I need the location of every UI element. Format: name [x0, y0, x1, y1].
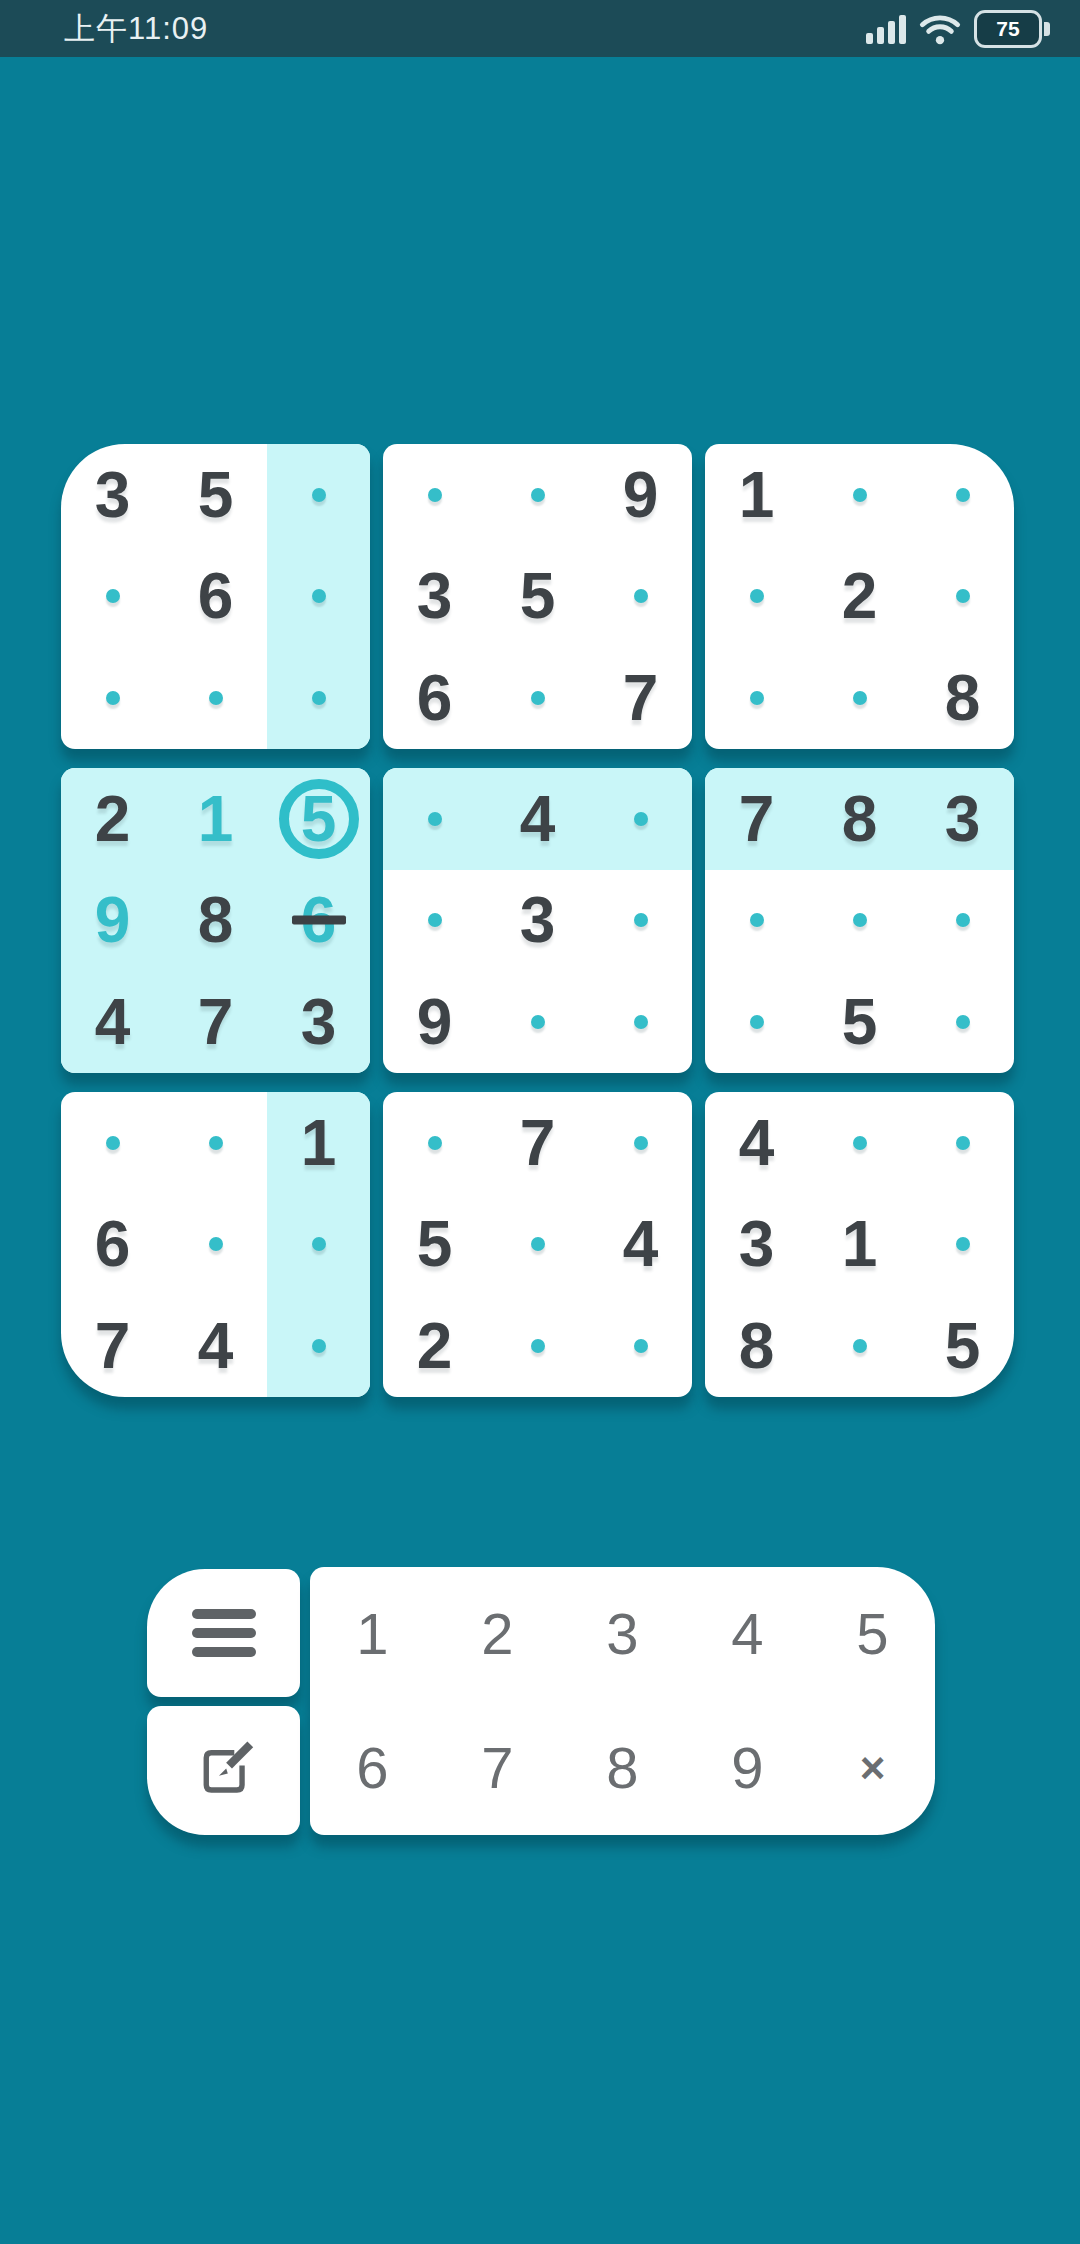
empty-cell-dot — [750, 691, 764, 705]
empty-cell-dot — [209, 1237, 223, 1251]
cell-r8c3[interactable] — [267, 1194, 370, 1296]
box-5: 439 — [383, 768, 692, 1073]
empty-cell-dot — [634, 1136, 648, 1150]
given-digit: 3 — [417, 564, 453, 628]
cell-r2c6[interactable] — [589, 546, 692, 648]
given-digit: 3 — [739, 1212, 775, 1276]
cell-r6c4[interactable]: 9 — [383, 971, 486, 1073]
given-digit: 1 — [301, 1111, 337, 1175]
key-5[interactable]: 5 — [810, 1567, 935, 1701]
empty-cell-dot — [428, 1136, 442, 1150]
cell-r2c2[interactable]: 6 — [164, 546, 267, 648]
given-digit: 3 — [301, 990, 337, 1054]
cell-r3c3[interactable] — [267, 647, 370, 749]
cell-r9c9[interactable]: 5 — [911, 1295, 1014, 1397]
empty-cell-dot — [531, 691, 545, 705]
cell-r7c2[interactable] — [164, 1092, 267, 1194]
given-digit: 1 — [739, 463, 775, 527]
cell-r1c7[interactable]: 1 — [705, 444, 808, 546]
clock: 上午11:09 — [64, 8, 208, 50]
cell-r7c9[interactable] — [911, 1092, 1014, 1194]
given-digit: 6 — [198, 564, 234, 628]
cell-r5c2[interactable]: 8 — [164, 870, 267, 972]
empty-cell-dot — [956, 913, 970, 927]
empty-cell-dot — [634, 913, 648, 927]
cell-r7c5[interactable]: 7 — [486, 1092, 589, 1194]
key-3[interactable]: 3 — [560, 1567, 685, 1701]
given-digit: 2 — [417, 1314, 453, 1378]
cell-r2c8[interactable]: 2 — [808, 546, 911, 648]
empty-cell-dot — [750, 913, 764, 927]
given-digit: 5 — [842, 990, 878, 1054]
cell-r4c9[interactable]: 3 — [911, 768, 1014, 870]
empty-cell-dot — [531, 1339, 545, 1353]
pencil-edit-icon — [186, 1733, 262, 1809]
cell-r4c2[interactable]: 1 — [164, 768, 267, 870]
given-digit: 4 — [520, 787, 556, 851]
cell-r7c8[interactable] — [808, 1092, 911, 1194]
cell-r6c6[interactable] — [589, 971, 692, 1073]
empty-cell-dot — [312, 488, 326, 502]
cell-r6c9[interactable] — [911, 971, 1014, 1073]
box-6: 7835 — [705, 768, 1014, 1073]
given-digit: 1 — [842, 1212, 878, 1276]
cell-r3c8[interactable] — [808, 647, 911, 749]
cell-r5c1[interactable]: 9 — [61, 870, 164, 972]
cell-r7c3[interactable]: 1 — [267, 1092, 370, 1194]
given-digit: 8 — [842, 787, 878, 851]
cell-r7c6[interactable] — [589, 1092, 692, 1194]
empty-cell-dot — [428, 812, 442, 826]
cell-r3c5[interactable] — [486, 647, 589, 749]
empty-cell-dot — [853, 913, 867, 927]
given-digit: 4 — [623, 1212, 659, 1276]
key-7[interactable]: 7 — [435, 1701, 560, 1835]
given-digit: 4 — [198, 1314, 234, 1378]
empty-cell-dot — [750, 1015, 764, 1029]
cell-r3c9[interactable]: 8 — [911, 647, 1014, 749]
key-4[interactable]: 4 — [685, 1567, 810, 1701]
empty-cell-dot — [956, 1237, 970, 1251]
cell-r9c3[interactable] — [267, 1295, 370, 1397]
cell-r5c8[interactable] — [808, 870, 911, 972]
box-4: 215986473 — [61, 768, 370, 1073]
empty-cell-dot — [853, 488, 867, 502]
empty-cell-dot — [209, 1136, 223, 1150]
cell-r3c7[interactable] — [705, 647, 808, 749]
user-digit: 9 — [95, 888, 131, 952]
cell-r8c1[interactable]: 6 — [61, 1194, 164, 1296]
cell-r5c7[interactable] — [705, 870, 808, 972]
box-7: 1674 — [61, 1092, 370, 1397]
given-digit: 5 — [945, 1314, 981, 1378]
cell-r1c2[interactable]: 5 — [164, 444, 267, 546]
box-8: 7542 — [383, 1092, 692, 1397]
empty-cell-dot — [956, 1015, 970, 1029]
sudoku-board: 3569356712821598647343978351674754243185 — [61, 444, 1014, 1397]
cell-r6c7[interactable] — [705, 971, 808, 1073]
cell-r8c2[interactable] — [164, 1194, 267, 1296]
cell-r9c6[interactable] — [589, 1295, 692, 1397]
cell-r4c4[interactable] — [383, 768, 486, 870]
status-bar: 上午11:09 75 — [0, 0, 1080, 57]
cell-r3c2[interactable] — [164, 647, 267, 749]
given-digit: 3 — [520, 888, 556, 952]
cell-r5c4[interactable] — [383, 870, 486, 972]
given-digit: 7 — [623, 666, 659, 730]
given-digit: 4 — [739, 1111, 775, 1175]
empty-cell-dot — [312, 1237, 326, 1251]
user-digit: 1 — [198, 787, 234, 851]
cell-r2c9[interactable] — [911, 546, 1014, 648]
empty-cell-dot — [312, 589, 326, 603]
box-1: 356 — [61, 444, 370, 749]
error-strikethrough — [292, 916, 346, 925]
empty-cell-dot — [853, 691, 867, 705]
empty-cell-dot — [106, 1136, 120, 1150]
cell-r9c7[interactable]: 8 — [705, 1295, 808, 1397]
selected-cell-ring — [279, 779, 359, 859]
empty-cell-dot — [312, 691, 326, 705]
empty-cell-dot — [956, 1136, 970, 1150]
notes-edit-button[interactable] — [147, 1706, 300, 1835]
given-digit: 7 — [95, 1314, 131, 1378]
given-digit: 5 — [198, 463, 234, 527]
cell-r3c1[interactable] — [61, 647, 164, 749]
given-digit: 5 — [417, 1212, 453, 1276]
empty-cell-dot — [531, 1237, 545, 1251]
given-digit: 3 — [95, 463, 131, 527]
cell-r6c8[interactable]: 5 — [808, 971, 911, 1073]
cell-r8c7[interactable]: 3 — [705, 1194, 808, 1296]
given-digit: 8 — [198, 888, 234, 952]
cell-r1c9[interactable] — [911, 444, 1014, 546]
signal-strength-icon — [866, 14, 906, 44]
cell-r8c4[interactable]: 5 — [383, 1194, 486, 1296]
cell-r8c9[interactable] — [911, 1194, 1014, 1296]
empty-cell-dot — [956, 488, 970, 502]
given-digit: 4 — [95, 990, 131, 1054]
cell-r1c5[interactable] — [486, 444, 589, 546]
hamburger-menu-icon — [192, 1609, 256, 1657]
empty-cell-dot — [106, 589, 120, 603]
given-digit: 2 — [842, 564, 878, 628]
empty-cell-dot — [428, 488, 442, 502]
given-digit: 9 — [417, 990, 453, 1054]
empty-cell-dot — [750, 589, 764, 603]
cell-r1c4[interactable] — [383, 444, 486, 546]
given-digit: 7 — [520, 1111, 556, 1175]
empty-cell-dot — [853, 1136, 867, 1150]
given-digit: 7 — [198, 990, 234, 1054]
empty-cell-dot — [312, 1339, 326, 1353]
key-9[interactable]: 9 — [685, 1701, 810, 1835]
cell-r3c4[interactable]: 6 — [383, 647, 486, 749]
battery-percent: 75 — [996, 17, 1019, 41]
cell-r5c3[interactable]: 6 — [267, 870, 370, 972]
cell-r6c2[interactable]: 7 — [164, 971, 267, 1073]
cell-r5c5[interactable]: 3 — [486, 870, 589, 972]
cell-r9c4[interactable]: 2 — [383, 1295, 486, 1397]
cell-r9c2[interactable]: 4 — [164, 1295, 267, 1397]
status-icons: 75 — [866, 0, 1050, 57]
empty-cell-dot — [853, 1339, 867, 1353]
cell-r1c3[interactable] — [267, 444, 370, 546]
cell-r1c6[interactable]: 9 — [589, 444, 692, 546]
cell-r9c1[interactable]: 7 — [61, 1295, 164, 1397]
empty-cell-dot — [106, 691, 120, 705]
cell-r4c3[interactable]: 5 — [267, 768, 370, 870]
given-digit: 5 — [520, 564, 556, 628]
empty-cell-dot — [634, 812, 648, 826]
empty-cell-dot — [634, 1339, 648, 1353]
empty-cell-dot — [956, 589, 970, 603]
wifi-icon — [918, 11, 962, 47]
given-digit: 6 — [95, 1212, 131, 1276]
cell-r6c1[interactable]: 4 — [61, 971, 164, 1073]
box-2: 93567 — [383, 444, 692, 749]
empty-cell-dot — [531, 1015, 545, 1029]
cell-r2c4[interactable]: 3 — [383, 546, 486, 648]
key-8[interactable]: 8 — [560, 1701, 685, 1835]
empty-cell-dot — [531, 488, 545, 502]
given-digit: 8 — [945, 666, 981, 730]
cell-r4c7[interactable]: 7 — [705, 768, 808, 870]
given-digit: 3 — [945, 787, 981, 851]
given-digit: 2 — [95, 787, 131, 851]
given-digit: 9 — [623, 463, 659, 527]
cell-r8c6[interactable]: 4 — [589, 1194, 692, 1296]
cell-r4c6[interactable] — [589, 768, 692, 870]
number-pad: 123456789× — [310, 1567, 935, 1835]
box-3: 128 — [705, 444, 1014, 749]
menu-button[interactable] — [147, 1569, 300, 1697]
cell-r6c5[interactable] — [486, 971, 589, 1073]
cell-r9c5[interactable] — [486, 1295, 589, 1397]
cell-r4c1[interactable]: 2 — [61, 768, 164, 870]
empty-cell-dot — [428, 913, 442, 927]
cell-r2c3[interactable] — [267, 546, 370, 648]
key-1[interactable]: 1 — [310, 1567, 435, 1701]
box-9: 43185 — [705, 1092, 1014, 1397]
battery-icon: 75 — [974, 10, 1050, 48]
cell-r7c7[interactable]: 4 — [705, 1092, 808, 1194]
cell-r8c8[interactable]: 1 — [808, 1194, 911, 1296]
empty-cell-dot — [634, 1015, 648, 1029]
cell-r7c1[interactable] — [61, 1092, 164, 1194]
empty-cell-dot — [634, 589, 648, 603]
cell-r4c8[interactable]: 8 — [808, 768, 911, 870]
given-digit: 6 — [417, 666, 453, 730]
cell-r1c8[interactable] — [808, 444, 911, 546]
cell-r9c8[interactable] — [808, 1295, 911, 1397]
cell-r3c6[interactable]: 7 — [589, 647, 692, 749]
key-6[interactable]: 6 — [310, 1701, 435, 1835]
cell-r2c5[interactable]: 5 — [486, 546, 589, 648]
key-clear[interactable]: × — [810, 1701, 935, 1835]
cell-r7c4[interactable] — [383, 1092, 486, 1194]
cell-r8c5[interactable] — [486, 1194, 589, 1296]
cell-r2c1[interactable] — [61, 546, 164, 648]
cell-r5c9[interactable] — [911, 870, 1014, 972]
given-digit: 8 — [739, 1314, 775, 1378]
cell-r2c7[interactable] — [705, 546, 808, 648]
given-digit: 7 — [739, 787, 775, 851]
cell-r5c6[interactable] — [589, 870, 692, 972]
key-2[interactable]: 2 — [435, 1567, 560, 1701]
cell-r1c1[interactable]: 3 — [61, 444, 164, 546]
empty-cell-dot — [209, 691, 223, 705]
cell-r4c5[interactable]: 4 — [486, 768, 589, 870]
cell-r6c3[interactable]: 3 — [267, 971, 370, 1073]
